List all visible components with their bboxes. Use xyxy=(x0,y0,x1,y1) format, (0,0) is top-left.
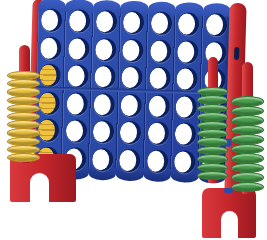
board-cell xyxy=(118,91,146,119)
board-cell xyxy=(90,90,118,118)
board-hole xyxy=(176,95,198,119)
board-cell xyxy=(118,64,146,92)
board-cell xyxy=(147,9,175,37)
board-cell xyxy=(202,11,230,39)
foot-arch-cutout xyxy=(221,211,238,238)
board-cell xyxy=(171,148,199,176)
board-cell xyxy=(144,147,172,175)
green-disc-ring xyxy=(231,134,264,145)
board-hole xyxy=(96,10,118,34)
board-cell xyxy=(145,92,173,120)
board-hole xyxy=(121,93,143,117)
board-hole xyxy=(94,65,116,89)
board-cell xyxy=(62,117,90,145)
green-disc-ring xyxy=(197,171,228,180)
green-disc-ring xyxy=(231,172,264,183)
board-hole xyxy=(205,13,227,37)
board-hole xyxy=(93,120,115,144)
board-hole xyxy=(123,11,145,35)
board-cell xyxy=(36,61,64,89)
board-hole xyxy=(68,9,90,33)
board-hole xyxy=(177,67,199,91)
yellow-disc-ring xyxy=(7,153,40,162)
board-cell xyxy=(63,90,91,118)
board-cell xyxy=(144,119,172,147)
board-cell xyxy=(91,63,119,91)
board-cell xyxy=(175,10,203,38)
board-cell xyxy=(117,119,145,147)
board-hole xyxy=(38,119,60,143)
board-hole xyxy=(95,38,117,62)
board-hole xyxy=(40,36,62,60)
board-cell xyxy=(65,7,93,35)
board-cell xyxy=(147,37,175,65)
board-hole xyxy=(150,39,172,63)
board-hole xyxy=(151,12,173,36)
board-cell xyxy=(93,8,121,36)
board-cell xyxy=(120,9,148,37)
board-hole xyxy=(120,121,142,145)
disc-rings xyxy=(231,97,264,192)
board-hole xyxy=(39,91,61,115)
board-hole xyxy=(67,64,89,88)
board-hole xyxy=(178,13,200,37)
disc-rings xyxy=(7,72,40,162)
disc-rings xyxy=(197,88,228,180)
board-cell xyxy=(38,6,66,34)
board-cell xyxy=(89,118,117,146)
board-cell xyxy=(92,35,120,63)
post-slot xyxy=(234,47,239,60)
board-hole xyxy=(177,40,199,64)
right-foot xyxy=(202,188,256,238)
green-disc-ring xyxy=(231,115,264,126)
board-hole xyxy=(175,122,197,146)
connect-four-product-photo xyxy=(0,0,267,240)
board-cell xyxy=(172,120,200,148)
board-cell xyxy=(64,35,92,63)
board-hole xyxy=(92,148,114,172)
green-disc-ring xyxy=(231,182,264,193)
board-cell xyxy=(64,62,92,90)
board-hole xyxy=(148,94,170,118)
board-hole xyxy=(68,37,90,61)
board-hole xyxy=(65,119,87,143)
board-hole xyxy=(122,38,144,62)
green-disc-ring xyxy=(231,96,264,107)
board-hole xyxy=(41,9,63,33)
board-cell xyxy=(146,64,174,92)
board-hole xyxy=(93,93,115,117)
board-hole xyxy=(174,150,196,174)
board-hole xyxy=(66,92,88,116)
board-hole xyxy=(147,149,169,173)
board-cell xyxy=(174,38,202,66)
board-hole xyxy=(122,66,144,90)
board-cell xyxy=(89,145,117,173)
board-hole xyxy=(148,122,170,146)
board-hole xyxy=(39,64,61,88)
board-cell xyxy=(37,34,65,62)
board-hole xyxy=(149,67,171,91)
board-cell xyxy=(116,146,144,174)
board-cell xyxy=(119,36,147,64)
board-hole xyxy=(119,148,141,172)
green-disc-ring xyxy=(231,153,264,164)
foot-arch-cutout xyxy=(30,173,49,202)
